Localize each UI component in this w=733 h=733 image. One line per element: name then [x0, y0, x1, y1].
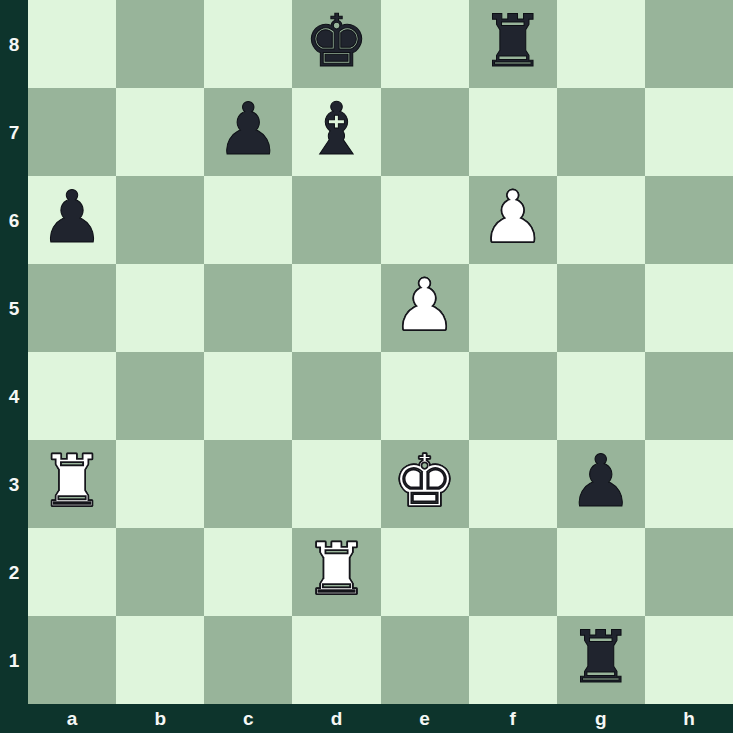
piece-white-rook[interactable]: ♜ — [40, 437, 105, 525]
rank-label-4: 4 — [0, 352, 28, 440]
file-label-f: f — [469, 704, 557, 733]
square-d2[interactable]: ♜ — [292, 528, 380, 616]
square-c5[interactable] — [204, 264, 292, 352]
square-a6[interactable]: ♟ — [28, 176, 116, 264]
square-g2[interactable] — [557, 528, 645, 616]
square-b7[interactable] — [116, 88, 204, 176]
square-f7[interactable] — [469, 88, 557, 176]
square-h5[interactable] — [645, 264, 733, 352]
file-label-b: b — [116, 704, 204, 733]
file-label-h: h — [645, 704, 733, 733]
piece-white-pawn[interactable]: ♟ — [392, 261, 457, 349]
piece-black-pawn[interactable]: ♟ — [40, 173, 105, 261]
rank-labels: 87654321 — [0, 0, 28, 704]
square-g7[interactable] — [557, 88, 645, 176]
chess-board[interactable]: ♚♜♟♝♟♟♟♜♚♟♜♜ — [28, 0, 733, 704]
square-e6[interactable] — [381, 176, 469, 264]
rank-label-5: 5 — [0, 264, 28, 352]
square-g1[interactable]: ♜ — [557, 616, 645, 704]
square-c1[interactable] — [204, 616, 292, 704]
square-f3[interactable] — [469, 440, 557, 528]
rank-label-1: 1 — [0, 616, 28, 704]
square-d1[interactable] — [292, 616, 380, 704]
square-b2[interactable] — [116, 528, 204, 616]
square-c6[interactable] — [204, 176, 292, 264]
square-f5[interactable] — [469, 264, 557, 352]
square-c8[interactable] — [204, 0, 292, 88]
rank-label-3: 3 — [0, 440, 28, 528]
square-g4[interactable] — [557, 352, 645, 440]
square-e3[interactable]: ♚ — [381, 440, 469, 528]
square-a2[interactable] — [28, 528, 116, 616]
square-f8[interactable]: ♜ — [469, 0, 557, 88]
square-b6[interactable] — [116, 176, 204, 264]
square-e5[interactable]: ♟ — [381, 264, 469, 352]
piece-black-rook[interactable]: ♜ — [569, 613, 634, 701]
piece-black-pawn[interactable]: ♟ — [569, 437, 634, 525]
square-c7[interactable]: ♟ — [204, 88, 292, 176]
file-label-d: d — [292, 704, 380, 733]
square-h8[interactable] — [645, 0, 733, 88]
square-f6[interactable]: ♟ — [469, 176, 557, 264]
square-g5[interactable] — [557, 264, 645, 352]
square-h4[interactable] — [645, 352, 733, 440]
piece-white-pawn[interactable]: ♟ — [480, 173, 545, 261]
square-d5[interactable] — [292, 264, 380, 352]
file-label-e: e — [381, 704, 469, 733]
rank-label-2: 2 — [0, 528, 28, 616]
rank-label-6: 6 — [0, 176, 28, 264]
square-g3[interactable]: ♟ — [557, 440, 645, 528]
square-e1[interactable] — [381, 616, 469, 704]
square-d3[interactable] — [292, 440, 380, 528]
square-c2[interactable] — [204, 528, 292, 616]
square-g8[interactable] — [557, 0, 645, 88]
square-g6[interactable] — [557, 176, 645, 264]
square-b4[interactable] — [116, 352, 204, 440]
square-d8[interactable]: ♚ — [292, 0, 380, 88]
square-d6[interactable] — [292, 176, 380, 264]
square-c3[interactable] — [204, 440, 292, 528]
piece-white-rook[interactable]: ♜ — [304, 525, 369, 613]
square-e8[interactable] — [381, 0, 469, 88]
square-d4[interactable] — [292, 352, 380, 440]
square-e7[interactable] — [381, 88, 469, 176]
square-a5[interactable] — [28, 264, 116, 352]
rank-label-7: 7 — [0, 88, 28, 176]
square-d7[interactable]: ♝ — [292, 88, 380, 176]
file-label-c: c — [204, 704, 292, 733]
file-label-a: a — [28, 704, 116, 733]
square-b3[interactable] — [116, 440, 204, 528]
piece-black-bishop[interactable]: ♝ — [304, 85, 369, 173]
square-a8[interactable] — [28, 0, 116, 88]
square-h2[interactable] — [645, 528, 733, 616]
square-h7[interactable] — [645, 88, 733, 176]
square-a3[interactable]: ♜ — [28, 440, 116, 528]
square-f2[interactable] — [469, 528, 557, 616]
square-h3[interactable] — [645, 440, 733, 528]
square-b5[interactable] — [116, 264, 204, 352]
square-e4[interactable] — [381, 352, 469, 440]
piece-black-pawn[interactable]: ♟ — [216, 85, 281, 173]
square-e2[interactable] — [381, 528, 469, 616]
file-label-g: g — [557, 704, 645, 733]
square-b8[interactable] — [116, 0, 204, 88]
file-labels: abcdefgh — [28, 704, 733, 733]
piece-white-king[interactable]: ♚ — [392, 437, 457, 525]
square-c4[interactable] — [204, 352, 292, 440]
square-a4[interactable] — [28, 352, 116, 440]
square-f1[interactable] — [469, 616, 557, 704]
square-a1[interactable] — [28, 616, 116, 704]
piece-black-king[interactable]: ♚ — [304, 0, 369, 85]
square-b1[interactable] — [116, 616, 204, 704]
square-a7[interactable] — [28, 88, 116, 176]
square-f4[interactable] — [469, 352, 557, 440]
square-h1[interactable] — [645, 616, 733, 704]
chess-board-frame: 87654321 ♚♜♟♝♟♟♟♜♚♟♜♜ abcdefgh — [0, 0, 733, 733]
square-h6[interactable] — [645, 176, 733, 264]
rank-label-8: 8 — [0, 0, 28, 88]
piece-black-rook[interactable]: ♜ — [480, 0, 545, 85]
